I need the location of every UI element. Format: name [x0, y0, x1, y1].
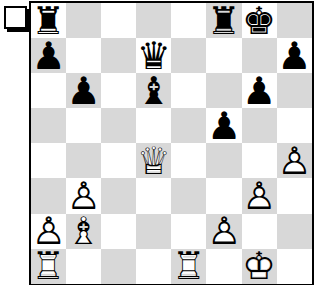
white-king-fill-glyph: ♚ [242, 249, 277, 284]
white-pawn-glyph: ♙ [31, 214, 66, 249]
square-b7[interactable] [66, 38, 101, 73]
square-f4[interactable] [206, 143, 241, 178]
square-d5[interactable] [136, 108, 171, 143]
piece-white-king-g1[interactable]: ♚♔ [242, 249, 277, 284]
square-d2[interactable] [136, 214, 171, 249]
piece-black-rook-a8[interactable]: ♜ [31, 3, 66, 38]
square-c8[interactable] [101, 3, 136, 38]
white-pawn-fill-glyph: ♟ [31, 214, 66, 249]
square-e3[interactable] [171, 178, 206, 213]
square-c2[interactable] [101, 214, 136, 249]
square-d6[interactable]: ♝ [136, 73, 171, 108]
square-f3[interactable] [206, 178, 241, 213]
square-c1[interactable] [101, 249, 136, 284]
black-pawn-glyph: ♟ [66, 73, 101, 108]
square-c4[interactable] [101, 143, 136, 178]
square-g2[interactable] [242, 214, 277, 249]
square-g7[interactable] [242, 38, 277, 73]
black-rook-glyph: ♜ [206, 3, 241, 38]
black-pawn-glyph: ♟ [242, 73, 277, 108]
black-pawn-glyph: ♟ [277, 38, 312, 73]
square-e4[interactable] [171, 143, 206, 178]
white-rook-glyph: ♖ [31, 249, 66, 284]
piece-black-bishop-d6[interactable]: ♝ [136, 73, 171, 108]
chess-diagram: ♜♜♚♟♛♟♟♝♟♟♛♕♟♙♟♙♟♙♟♙♝♗♟♙♜♖♜♖♚♔ [0, 0, 315, 285]
square-f2[interactable]: ♟♙ [206, 214, 241, 249]
square-a3[interactable] [31, 178, 66, 213]
square-a5[interactable] [31, 108, 66, 143]
square-f8[interactable]: ♜ [206, 3, 241, 38]
square-g1[interactable]: ♚♔ [242, 249, 277, 284]
piece-white-pawn-a2[interactable]: ♟♙ [31, 214, 66, 249]
square-a6[interactable] [31, 73, 66, 108]
square-e7[interactable] [171, 38, 206, 73]
square-f6[interactable] [206, 73, 241, 108]
square-h7[interactable]: ♟ [277, 38, 312, 73]
white-rook-fill-glyph: ♜ [171, 249, 206, 284]
square-a2[interactable]: ♟♙ [31, 214, 66, 249]
white-pawn-fill-glyph: ♟ [277, 143, 312, 178]
square-b8[interactable] [66, 3, 101, 38]
piece-black-pawn-a7[interactable]: ♟ [31, 38, 66, 73]
square-g4[interactable] [242, 143, 277, 178]
square-h3[interactable] [277, 178, 312, 213]
white-rook-fill-glyph: ♜ [31, 249, 66, 284]
square-e1[interactable]: ♜♖ [171, 249, 206, 284]
square-b6[interactable]: ♟ [66, 73, 101, 108]
black-queen-glyph: ♛ [136, 38, 171, 73]
square-d7[interactable]: ♛ [136, 38, 171, 73]
square-b3[interactable]: ♟♙ [66, 178, 101, 213]
square-e5[interactable] [171, 108, 206, 143]
piece-white-pawn-f2[interactable]: ♟♙ [206, 214, 241, 249]
square-c7[interactable] [101, 38, 136, 73]
piece-white-rook-e1[interactable]: ♜♖ [171, 249, 206, 284]
square-d4[interactable]: ♛♕ [136, 143, 171, 178]
square-g5[interactable] [242, 108, 277, 143]
white-king-glyph: ♔ [242, 249, 277, 284]
white-pawn-glyph: ♙ [242, 178, 277, 213]
square-c3[interactable] [101, 178, 136, 213]
piece-white-rook-a1[interactable]: ♜♖ [31, 249, 66, 284]
piece-black-pawn-g6[interactable]: ♟ [242, 73, 277, 108]
square-a8[interactable]: ♜ [31, 3, 66, 38]
piece-white-pawn-b3[interactable]: ♟♙ [66, 178, 101, 213]
square-g8[interactable]: ♚ [242, 3, 277, 38]
square-e2[interactable] [171, 214, 206, 249]
square-c6[interactable] [101, 73, 136, 108]
piece-white-bishop-b2[interactable]: ♝♗ [66, 214, 101, 249]
piece-white-queen-d4[interactable]: ♛♕ [136, 143, 171, 178]
square-b4[interactable] [66, 143, 101, 178]
square-b1[interactable] [66, 249, 101, 284]
black-king-glyph: ♚ [242, 3, 277, 38]
black-rook-glyph: ♜ [31, 3, 66, 38]
square-d8[interactable] [136, 3, 171, 38]
square-f1[interactable] [206, 249, 241, 284]
white-queen-glyph: ♕ [136, 143, 171, 178]
square-g6[interactable]: ♟ [242, 73, 277, 108]
white-rook-glyph: ♖ [171, 249, 206, 284]
white-pawn-fill-glyph: ♟ [242, 178, 277, 213]
square-g3[interactable]: ♟♙ [242, 178, 277, 213]
square-h4[interactable]: ♟♙ [277, 143, 312, 178]
square-h2[interactable] [277, 214, 312, 249]
black-bishop-glyph: ♝ [136, 73, 171, 108]
square-h6[interactable] [277, 73, 312, 108]
white-pawn-glyph: ♙ [66, 178, 101, 213]
square-f7[interactable] [206, 38, 241, 73]
piece-black-pawn-b6[interactable]: ♟ [66, 73, 101, 108]
white-pawn-glyph: ♙ [206, 214, 241, 249]
white-queen-fill-glyph: ♛ [136, 143, 171, 178]
square-a1[interactable]: ♜♖ [31, 249, 66, 284]
square-d3[interactable] [136, 178, 171, 213]
square-h8[interactable] [277, 3, 312, 38]
piece-black-king-g8[interactable]: ♚ [242, 3, 277, 38]
piece-white-pawn-g3[interactable]: ♟♙ [242, 178, 277, 213]
square-b2[interactable]: ♝♗ [66, 214, 101, 249]
square-a7[interactable]: ♟ [31, 38, 66, 73]
black-pawn-glyph: ♟ [206, 108, 241, 143]
piece-black-rook-f8[interactable]: ♜ [206, 3, 241, 38]
square-f5[interactable]: ♟ [206, 108, 241, 143]
white-bishop-glyph: ♗ [66, 214, 101, 249]
square-h5[interactable] [277, 108, 312, 143]
white-bishop-fill-glyph: ♝ [66, 214, 101, 249]
piece-black-queen-d7[interactable]: ♛ [136, 38, 171, 73]
square-d1[interactable] [136, 249, 171, 284]
square-e8[interactable] [171, 3, 206, 38]
black-pawn-glyph: ♟ [31, 38, 66, 73]
piece-black-pawn-h7[interactable]: ♟ [277, 38, 312, 73]
white-to-move-indicator [4, 6, 27, 29]
chess-board: ♜♜♚♟♛♟♟♝♟♟♛♕♟♙♟♙♟♙♟♙♝♗♟♙♜♖♜♖♚♔ [29, 1, 314, 285]
square-a4[interactable] [31, 143, 66, 178]
white-pawn-glyph: ♙ [277, 143, 312, 178]
square-h1[interactable] [277, 249, 312, 284]
square-e6[interactable] [171, 73, 206, 108]
piece-white-pawn-h4[interactable]: ♟♙ [277, 143, 312, 178]
white-pawn-fill-glyph: ♟ [206, 214, 241, 249]
white-pawn-fill-glyph: ♟ [66, 178, 101, 213]
square-b5[interactable] [66, 108, 101, 143]
piece-black-pawn-f5[interactable]: ♟ [206, 108, 241, 143]
square-c5[interactable] [101, 108, 136, 143]
